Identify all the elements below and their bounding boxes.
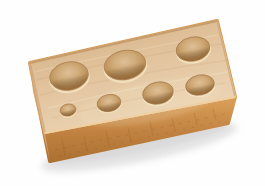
product-photo [0, 0, 265, 186]
wooden-pit-board [0, 0, 265, 186]
